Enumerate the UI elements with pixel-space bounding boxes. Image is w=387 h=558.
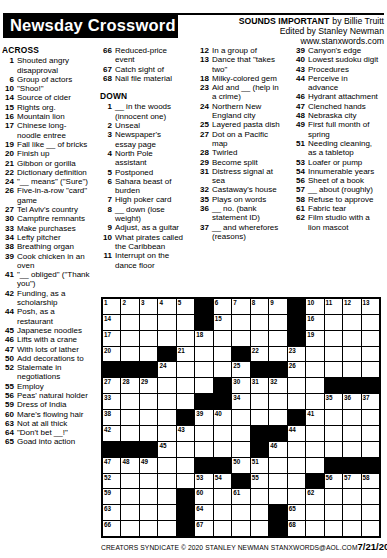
grid-cell[interactable] xyxy=(232,442,249,457)
grid-cell[interactable]: 33 xyxy=(103,394,120,409)
clue-number: 50 xyxy=(2,354,17,363)
clue-21: 21Gibbon or gorilla xyxy=(2,159,90,168)
grid-cell[interactable]: 6 xyxy=(214,299,231,314)
cell-number: 61 xyxy=(233,489,240,496)
grid-cell[interactable]: 23 xyxy=(288,347,305,362)
grid-cell[interactable]: 17 xyxy=(103,331,120,346)
grid-cell[interactable] xyxy=(177,362,194,377)
clue-56: 56Peas' natural holder xyxy=(2,391,90,400)
clue-number: 57 xyxy=(293,185,308,194)
grid-cell[interactable] xyxy=(140,426,157,441)
grid-cell[interactable] xyxy=(158,474,175,489)
clue-number: 61 xyxy=(293,204,308,213)
down-list-col4: 39Canyon's edge40Lowest sudoku digit43Pr… xyxy=(293,46,379,232)
grid-cell[interactable] xyxy=(158,331,175,346)
black-cell xyxy=(269,505,286,520)
grid-cell[interactable] xyxy=(288,489,305,504)
grid-cell[interactable]: 3 xyxy=(140,299,157,314)
grid-cell[interactable]: 14 xyxy=(103,315,120,330)
grid-cell[interactable] xyxy=(158,315,175,330)
grid-cell[interactable]: 67 xyxy=(195,521,212,536)
clue-text: Source of cider xyxy=(17,93,90,102)
grid-cell[interactable]: 19 xyxy=(306,331,323,346)
clue-text: Gibbon or gorilla xyxy=(17,159,90,168)
grid-cell[interactable] xyxy=(325,362,342,377)
clue-number: 6 xyxy=(100,177,115,196)
grid-cell[interactable] xyxy=(251,410,268,425)
grid-cell[interactable]: 4 xyxy=(158,299,175,314)
grid-cell[interactable] xyxy=(306,505,323,520)
grid-cell[interactable] xyxy=(121,315,138,330)
grid-cell[interactable] xyxy=(158,458,175,473)
grid-cell[interactable] xyxy=(251,489,268,504)
grid-cell[interactable] xyxy=(140,521,157,536)
clue-text: Group of actors xyxy=(17,75,90,84)
grid-cell[interactable] xyxy=(214,505,231,520)
clue-number: 24 xyxy=(2,177,17,186)
cell-number: 26 xyxy=(289,362,296,369)
cell-number: 65 xyxy=(289,505,296,512)
grid-cell[interactable]: 12 xyxy=(343,299,360,314)
clue-number: 17 xyxy=(2,121,17,140)
grid-cell[interactable] xyxy=(251,521,268,536)
cell-number: 18 xyxy=(196,331,203,338)
grid-cell[interactable]: 28 xyxy=(121,378,138,393)
grid-cell[interactable] xyxy=(158,505,175,520)
grid-cell[interactable]: 62 xyxy=(306,489,323,504)
crossword-grid: 1234567891011121314151617181920212223242… xyxy=(101,297,381,538)
clue-number: 35 xyxy=(197,195,212,204)
clue-number: 49 xyxy=(293,120,308,139)
grid-cell[interactable]: 8 xyxy=(251,299,268,314)
grid-cell[interactable] xyxy=(158,410,175,425)
grid-cell[interactable]: 44 xyxy=(288,426,305,441)
grid-cell[interactable] xyxy=(140,347,157,362)
grid-cell[interactable] xyxy=(306,442,323,457)
clue-28: 28Twirled xyxy=(197,148,285,157)
grid-cell[interactable] xyxy=(177,394,194,409)
cell-number: 59 xyxy=(104,489,111,496)
clue-58: 58Refuse to approve xyxy=(293,195,379,204)
black-cell xyxy=(288,315,305,330)
clue-text: Stalemate in negotiations xyxy=(17,363,90,382)
clue-column-1: ACROSS 1Shouted angry disapproval6Group … xyxy=(2,46,90,447)
grid-cell[interactable]: 53 xyxy=(195,474,212,489)
grid-cell[interactable] xyxy=(269,331,286,346)
clue-number: 10 xyxy=(2,84,17,93)
grid-cell[interactable] xyxy=(232,505,249,520)
grid-cell[interactable] xyxy=(251,315,268,330)
grid-cell[interactable] xyxy=(343,410,360,425)
clue-number: 14 xyxy=(2,93,17,102)
clue-number: 28 xyxy=(197,148,212,157)
grid-cell[interactable] xyxy=(362,347,379,362)
grid-cell[interactable] xyxy=(343,347,360,362)
grid-cell[interactable] xyxy=(195,347,212,362)
grid-cell[interactable] xyxy=(232,410,249,425)
cell-number: 51 xyxy=(252,458,259,465)
cell-number: 68 xyxy=(289,521,296,528)
grid-cell[interactable]: 9 xyxy=(269,299,286,314)
grid-cell[interactable] xyxy=(362,315,379,330)
grid-cell[interactable] xyxy=(306,458,323,473)
clue-19: 19Fall like __ of bricks xyxy=(2,140,90,149)
clue-number: 54 xyxy=(293,167,308,176)
grid-cell[interactable] xyxy=(362,442,379,457)
cell-number: 66 xyxy=(104,521,111,528)
clue-text: Mountain lion xyxy=(17,112,90,121)
clue-text: Nail file material xyxy=(115,74,184,83)
clue-number: 58 xyxy=(293,195,308,204)
grid-cell[interactable] xyxy=(140,315,157,330)
grid-cell[interactable]: 59 xyxy=(103,489,120,504)
grid-cell[interactable] xyxy=(325,315,342,330)
cell-number: 60 xyxy=(196,489,203,496)
grid-cell[interactable] xyxy=(214,362,231,377)
clue-number: 31 xyxy=(197,167,212,186)
grid-cell[interactable]: 35 xyxy=(325,394,342,409)
grid-cell[interactable] xyxy=(158,521,175,536)
grid-cell[interactable]: 10 xyxy=(306,299,323,314)
grid-cell[interactable]: 39 xyxy=(195,410,212,425)
grid-cell[interactable] xyxy=(269,489,286,504)
grid-cell[interactable]: 47 xyxy=(103,458,120,473)
grid-cell[interactable] xyxy=(325,442,342,457)
clue-text: Become split xyxy=(212,158,285,167)
grid-cell[interactable] xyxy=(177,474,194,489)
grid-cell[interactable] xyxy=(343,362,360,377)
grid-cell[interactable]: 24 xyxy=(158,362,175,377)
clue-text: Posh, as a restaurant xyxy=(17,307,90,326)
grid-cell[interactable]: 56 xyxy=(325,474,342,489)
grid-cell[interactable] xyxy=(325,505,342,520)
clue-number: 10 xyxy=(100,233,115,252)
grid-cell[interactable] xyxy=(158,394,175,409)
grid-cell[interactable] xyxy=(306,378,323,393)
black-cell xyxy=(288,410,305,425)
grid-cell[interactable]: 7 xyxy=(232,299,249,314)
grid-cell[interactable]: 66 xyxy=(103,521,120,536)
black-cell xyxy=(140,362,157,377)
grid-cell[interactable]: 42 xyxy=(103,426,120,441)
grid-cell[interactable] xyxy=(177,331,194,346)
grid-cell[interactable]: 38 xyxy=(103,410,120,425)
grid-cell[interactable] xyxy=(325,489,342,504)
clue-number: 60 xyxy=(2,410,17,419)
grid-cell[interactable] xyxy=(343,331,360,346)
grid-cell[interactable] xyxy=(325,521,342,536)
grid-cell[interactable] xyxy=(140,489,157,504)
grid-cell[interactable] xyxy=(195,426,212,441)
grid-cell[interactable] xyxy=(195,442,212,457)
clue-number: 26 xyxy=(2,186,17,205)
clue-44: 44Posh, as a restaurant xyxy=(2,307,90,326)
across-heading: ACROSS xyxy=(2,46,90,55)
clue-47: 47With lots of lather xyxy=(2,345,90,354)
grid-cell[interactable] xyxy=(121,331,138,346)
grid-cell[interactable] xyxy=(362,505,379,520)
grid-cell[interactable] xyxy=(362,410,379,425)
clue-number: 40 xyxy=(293,55,308,64)
cell-number: 37 xyxy=(363,394,370,401)
grid-cell[interactable]: 46 xyxy=(269,442,286,457)
grid-cell[interactable] xyxy=(158,489,175,504)
grid-cell[interactable] xyxy=(158,378,175,393)
grid-cell[interactable] xyxy=(288,458,305,473)
clue-number: 55 xyxy=(2,382,17,391)
grid-cell[interactable] xyxy=(121,410,138,425)
grid-cell[interactable] xyxy=(177,378,194,393)
grid-cell[interactable]: 49 xyxy=(140,458,157,473)
clue-17: 17Chinese long-noodle entree xyxy=(2,121,90,140)
grid-cell[interactable] xyxy=(288,394,305,409)
grid-cell[interactable]: 40 xyxy=(214,410,231,425)
clue-text: Catch sight of xyxy=(115,65,184,74)
clue-text: Newspaper's essay page xyxy=(115,130,184,149)
grid-cell[interactable] xyxy=(288,474,305,489)
puzzle-header: SOUNDS IMPORTANTby Billie Truitt Edited … xyxy=(239,16,384,46)
clue-text: Make purchases xyxy=(17,224,90,233)
clue-number: 1 xyxy=(100,102,115,121)
grid-cell[interactable]: 36 xyxy=(343,394,360,409)
cell-number: 25 xyxy=(233,362,240,369)
grid-cell[interactable]: 5 xyxy=(177,299,194,314)
grid-cell[interactable] xyxy=(140,331,157,346)
cell-number: 21 xyxy=(178,347,185,354)
grid-cell[interactable] xyxy=(306,347,323,362)
clue-text: Five-in-a-row "card" game xyxy=(17,186,90,205)
clue-45: 45Japanese noodles xyxy=(2,326,90,335)
grid-cell[interactable]: 27 xyxy=(103,378,120,393)
grid-cell[interactable] xyxy=(269,394,286,409)
grid-cell[interactable]: 51 xyxy=(251,458,268,473)
grid-cell[interactable]: 37 xyxy=(362,394,379,409)
clue-59: 59Dress of India xyxy=(2,400,90,409)
clue-number: 48 xyxy=(293,111,308,120)
clue-text: Rights org. xyxy=(17,103,90,112)
grid-cell[interactable] xyxy=(121,347,138,362)
grid-cell[interactable] xyxy=(269,347,286,362)
grid-cell[interactable] xyxy=(362,331,379,346)
grid-cell[interactable] xyxy=(214,521,231,536)
grid-cell[interactable]: 41 xyxy=(306,410,323,425)
grid-cell[interactable] xyxy=(362,489,379,504)
grid-cell[interactable] xyxy=(325,426,342,441)
clue-number: 3 xyxy=(100,130,115,149)
grid-cell[interactable] xyxy=(343,442,360,457)
grid-cell[interactable]: 16 xyxy=(306,315,323,330)
clue-text: __ no. (bank statement ID) xyxy=(212,204,285,223)
grid-cell[interactable]: 1 xyxy=(103,299,120,314)
grid-cell[interactable] xyxy=(214,426,231,441)
grid-cell[interactable] xyxy=(325,331,342,346)
clue-column-3: 12In a group of13Dance that "takes two"1… xyxy=(197,46,285,241)
grid-cell[interactable] xyxy=(251,331,268,346)
grid-cell[interactable] xyxy=(269,474,286,489)
grid-cell[interactable]: 11 xyxy=(325,299,342,314)
grid-cell[interactable] xyxy=(362,362,379,377)
cell-number: 56 xyxy=(326,474,333,481)
cell-number: 45 xyxy=(159,442,166,449)
clue-number: 6 xyxy=(2,75,17,84)
grid-cell[interactable] xyxy=(306,521,323,536)
clue-47: 47Clenched hands xyxy=(293,102,379,111)
grid-cell[interactable]: 43 xyxy=(177,426,194,441)
clue-number: 36 xyxy=(197,204,212,223)
grid-cell[interactable]: 25 xyxy=(232,362,249,377)
black-cell xyxy=(195,458,212,473)
cell-number: 28 xyxy=(122,378,129,385)
grid-cell[interactable] xyxy=(140,410,157,425)
grid-cell[interactable]: 54 xyxy=(214,474,231,489)
grid-cell[interactable]: 65 xyxy=(288,505,305,520)
clue-text: Japanese noodles xyxy=(17,326,90,335)
clue-1: 1__ in the woods (innocent one) xyxy=(100,102,184,121)
cell-number: 63 xyxy=(104,505,111,512)
grid-cell[interactable] xyxy=(121,426,138,441)
grid-cell[interactable]: 55 xyxy=(251,474,268,489)
grid-cell[interactable] xyxy=(343,315,360,330)
clue-number: 24 xyxy=(197,102,212,121)
grid-cell[interactable] xyxy=(362,521,379,536)
grid-cell[interactable] xyxy=(251,505,268,520)
clue-10: 10What pirates called the Caribbean xyxy=(100,233,184,252)
grid-cell[interactable]: 61 xyxy=(232,489,249,504)
clue-44: 44Perceive in advance xyxy=(293,74,379,93)
grid-cell[interactable]: 15 xyxy=(214,315,231,330)
grid-cell[interactable]: 32 xyxy=(269,378,286,393)
grid-cell[interactable] xyxy=(251,394,268,409)
puzzle-editor: Edited by Stanley Newman xyxy=(239,26,384,36)
grid-cell[interactable]: 29 xyxy=(140,378,157,393)
clue-number: 63 xyxy=(2,419,17,428)
grid-cell[interactable] xyxy=(121,521,138,536)
clue-9: 9Adjust, as a guitar xyxy=(100,223,184,232)
grid-cell[interactable] xyxy=(214,442,231,457)
grid-cell[interactable] xyxy=(343,426,360,441)
clue-number: 37 xyxy=(197,223,212,242)
copyright-text: CREATORS SYNDICATE © 2020 STANLEY NEWMAN… xyxy=(101,544,358,551)
grid-cell[interactable] xyxy=(140,394,157,409)
clue-number: 27 xyxy=(2,205,17,214)
clue-text: Adjust, as a guitar xyxy=(115,223,184,232)
cell-number: 31 xyxy=(252,378,259,385)
black-cell xyxy=(251,426,268,441)
grid-cell[interactable] xyxy=(306,394,323,409)
clue-48: 48Nebraska city xyxy=(293,111,379,120)
clue-41: 41"__ obliged" ("Thank you") xyxy=(2,270,90,289)
grid-cell[interactable]: 20 xyxy=(103,347,120,362)
grid-cell[interactable]: 64 xyxy=(195,505,212,520)
grid-cell[interactable]: 57 xyxy=(343,474,360,489)
clue-11: 11Interrupt on the dance floor xyxy=(100,251,184,270)
clue-number: 59 xyxy=(2,400,17,409)
grid-cell[interactable] xyxy=(177,458,194,473)
grid-cell[interactable]: 18 xyxy=(195,331,212,346)
clue-61: 61Fabric tear xyxy=(293,204,379,213)
grid-cell[interactable]: 31 xyxy=(251,378,268,393)
grid-cell[interactable] xyxy=(214,347,231,362)
grid-cell[interactable]: 52 xyxy=(103,474,120,489)
clue-number: 5 xyxy=(100,168,115,177)
grid-cell[interactable]: 2 xyxy=(121,299,138,314)
grid-cell[interactable] xyxy=(140,505,157,520)
grid-cell[interactable]: 45 xyxy=(158,442,175,457)
black-cell xyxy=(214,394,231,409)
cell-number: 27 xyxy=(104,378,111,385)
grid-cell[interactable]: 48 xyxy=(121,458,138,473)
black-cell xyxy=(269,426,286,441)
grid-cell[interactable] xyxy=(158,426,175,441)
grid-cell[interactable] xyxy=(232,521,249,536)
puzzle-date: 7/21/20 xyxy=(358,541,387,552)
grid-cell[interactable] xyxy=(232,315,249,330)
grid-cell[interactable] xyxy=(121,394,138,409)
clue-text: __ in the woods (innocent one) xyxy=(115,102,184,121)
grid-cell[interactable]: 26 xyxy=(288,362,305,377)
clue-number: 39 xyxy=(2,252,17,271)
grid-cell[interactable] xyxy=(269,458,286,473)
grid-cell[interactable]: 63 xyxy=(103,505,120,520)
grid-cell[interactable] xyxy=(325,410,342,425)
grid-cell[interactable] xyxy=(343,505,360,520)
grid-cell[interactable] xyxy=(306,426,323,441)
grid-cell[interactable] xyxy=(269,315,286,330)
grid-cell[interactable]: 22 xyxy=(251,347,268,362)
clue-text: __ about (roughly) xyxy=(308,185,379,194)
grid-cell[interactable]: 30 xyxy=(232,378,249,393)
cell-number: 58 xyxy=(363,474,370,481)
grid-cell[interactable] xyxy=(306,362,323,377)
clue-24: 24"__ means" ("Sure") xyxy=(2,177,90,186)
clue-6: 6Group of actors xyxy=(2,75,90,84)
grid-cell[interactable] xyxy=(214,331,231,346)
black-cell xyxy=(343,458,360,473)
clue-27: 27Tel Aviv's country xyxy=(2,205,90,214)
grid-cell[interactable] xyxy=(177,315,194,330)
grid-cell[interactable] xyxy=(288,442,305,457)
grid-cell[interactable]: 68 xyxy=(288,521,305,536)
grid-cell[interactable] xyxy=(362,426,379,441)
grid-cell[interactable]: 58 xyxy=(362,474,379,489)
grid-cell[interactable] xyxy=(195,362,212,377)
clue-number: 32 xyxy=(197,185,212,194)
grid-cell[interactable] xyxy=(288,378,305,393)
grid-cell[interactable] xyxy=(140,474,157,489)
cell-number: 22 xyxy=(252,347,259,354)
grid-cell[interactable] xyxy=(232,331,249,346)
grid-cell[interactable] xyxy=(121,489,138,504)
grid-cell[interactable] xyxy=(232,426,249,441)
grid-cell[interactable] xyxy=(214,489,231,504)
grid-cell[interactable] xyxy=(195,378,212,393)
grid-cell[interactable]: 60 xyxy=(195,489,212,504)
black-cell xyxy=(177,489,194,504)
grid-cell[interactable] xyxy=(121,505,138,520)
grid-cell[interactable] xyxy=(269,410,286,425)
grid-cell[interactable]: 50 xyxy=(232,458,249,473)
grid-cell[interactable] xyxy=(177,442,194,457)
grid-cell[interactable]: 13 xyxy=(362,299,379,314)
grid-cell[interactable] xyxy=(121,474,138,489)
grid-cell[interactable]: 34 xyxy=(232,394,249,409)
clue-text: In a group of xyxy=(212,46,285,55)
footer: CREATORS SYNDICATE © 2020 STANLEY NEWMAN… xyxy=(101,541,382,552)
grid-cell[interactable] xyxy=(325,347,342,362)
grid-cell[interactable] xyxy=(343,521,360,536)
grid-cell[interactable] xyxy=(343,489,360,504)
grid-cell[interactable]: 21 xyxy=(177,347,194,362)
